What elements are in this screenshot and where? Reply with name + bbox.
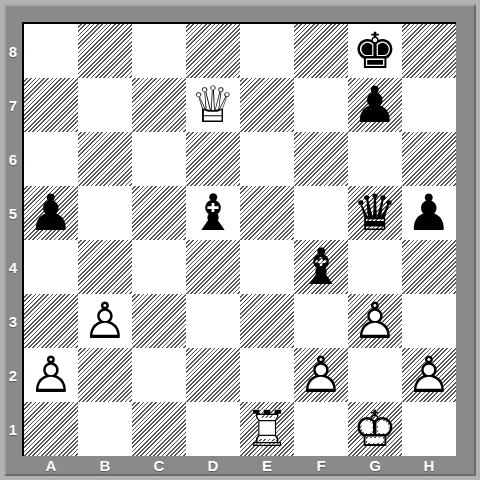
square-g7-black-pawn[interactable]: ♟	[348, 78, 402, 132]
rank-label-2: 2	[5, 348, 21, 402]
file-label-c: C	[132, 456, 186, 475]
square-f6[interactable]	[294, 132, 348, 186]
square-d7-white-queen[interactable]: ♛♕	[186, 78, 240, 132]
square-c1[interactable]	[132, 402, 186, 456]
square-c4[interactable]	[132, 240, 186, 294]
file-label-b: B	[78, 456, 132, 475]
rank-label-5: 5	[5, 186, 21, 240]
square-f7[interactable]	[294, 78, 348, 132]
square-h2-white-pawn[interactable]: ♟♙	[402, 348, 456, 402]
square-b8[interactable]	[78, 24, 132, 78]
square-b1[interactable]	[78, 402, 132, 456]
chess-board: ♚♛♕♟♟♝♛♟♝♟♙♟♙♟♙♟♙♟♙♜♖♚♔	[22, 22, 456, 456]
square-g4[interactable]	[348, 240, 402, 294]
square-f8[interactable]	[294, 24, 348, 78]
square-b2[interactable]	[78, 348, 132, 402]
square-e7[interactable]	[240, 78, 294, 132]
file-label-g: G	[348, 456, 402, 475]
square-g3-white-pawn[interactable]: ♟♙	[348, 294, 402, 348]
white-pawn-icon: ♙	[299, 350, 344, 400]
square-g1-white-king[interactable]: ♚♔	[348, 402, 402, 456]
black-bishop-icon: ♝	[191, 188, 236, 238]
square-a8[interactable]	[24, 24, 78, 78]
square-h1[interactable]	[402, 402, 456, 456]
square-f3[interactable]	[294, 294, 348, 348]
file-label-a: A	[24, 456, 78, 475]
square-g8-black-king[interactable]: ♚	[348, 24, 402, 78]
square-h5-black-pawn[interactable]: ♟	[402, 186, 456, 240]
white-pawn-icon: ♙	[29, 350, 74, 400]
white-pawn-icon: ♙	[83, 296, 128, 346]
square-a3[interactable]	[24, 294, 78, 348]
white-queen-icon: ♕	[191, 80, 236, 130]
file-label-f: F	[294, 456, 348, 475]
square-d6[interactable]	[186, 132, 240, 186]
rank-label-6: 6	[5, 132, 21, 186]
square-h3[interactable]	[402, 294, 456, 348]
square-c6[interactable]	[132, 132, 186, 186]
rank-label-4: 4	[5, 240, 21, 294]
square-c2[interactable]	[132, 348, 186, 402]
rank-label-8: 8	[5, 24, 21, 78]
file-label-h: H	[402, 456, 456, 475]
square-c3[interactable]	[132, 294, 186, 348]
white-king-icon: ♔	[353, 404, 398, 454]
square-e3[interactable]	[240, 294, 294, 348]
black-pawn-icon: ♟	[29, 188, 74, 238]
square-a6[interactable]	[24, 132, 78, 186]
black-queen-icon: ♛	[353, 188, 398, 238]
square-f4-black-bishop[interactable]: ♝	[294, 240, 348, 294]
square-d3[interactable]	[186, 294, 240, 348]
square-g6[interactable]	[348, 132, 402, 186]
square-a1[interactable]	[24, 402, 78, 456]
square-b5[interactable]	[78, 186, 132, 240]
square-b4[interactable]	[78, 240, 132, 294]
square-g2[interactable]	[348, 348, 402, 402]
square-e1-white-rook[interactable]: ♜♖	[240, 402, 294, 456]
file-label-d: D	[186, 456, 240, 475]
rank-label-3: 3	[5, 294, 21, 348]
square-f1[interactable]	[294, 402, 348, 456]
square-c8[interactable]	[132, 24, 186, 78]
rank-label-7: 7	[5, 78, 21, 132]
white-rook-icon: ♖	[245, 404, 290, 454]
square-h8[interactable]	[402, 24, 456, 78]
square-e2[interactable]	[240, 348, 294, 402]
white-pawn-icon: ♙	[353, 296, 398, 346]
square-d2[interactable]	[186, 348, 240, 402]
square-d4[interactable]	[186, 240, 240, 294]
rank-label-1: 1	[5, 402, 21, 456]
black-bishop-icon: ♝	[299, 242, 344, 292]
square-c5[interactable]	[132, 186, 186, 240]
rank-labels: 87654321	[5, 24, 21, 456]
square-d1[interactable]	[186, 402, 240, 456]
square-e5[interactable]	[240, 186, 294, 240]
black-pawn-icon: ♟	[353, 80, 398, 130]
square-f2-white-pawn[interactable]: ♟♙	[294, 348, 348, 402]
square-b6[interactable]	[78, 132, 132, 186]
square-h4[interactable]	[402, 240, 456, 294]
square-a4[interactable]	[24, 240, 78, 294]
black-pawn-icon: ♟	[407, 188, 452, 238]
square-d8[interactable]	[186, 24, 240, 78]
square-g5-black-queen[interactable]: ♛	[348, 186, 402, 240]
white-pawn-icon: ♙	[407, 350, 452, 400]
square-c7[interactable]	[132, 78, 186, 132]
square-e4[interactable]	[240, 240, 294, 294]
square-e6[interactable]	[240, 132, 294, 186]
square-a7[interactable]	[24, 78, 78, 132]
file-label-e: E	[240, 456, 294, 475]
black-king-icon: ♚	[353, 26, 398, 76]
file-labels: ABCDEFGH	[24, 456, 456, 475]
square-h7[interactable]	[402, 78, 456, 132]
square-e8[interactable]	[240, 24, 294, 78]
square-a5-black-pawn[interactable]: ♟	[24, 186, 78, 240]
square-f5[interactable]	[294, 186, 348, 240]
square-b7[interactable]	[78, 78, 132, 132]
square-b3-white-pawn[interactable]: ♟♙	[78, 294, 132, 348]
square-d5-black-bishop[interactable]: ♝	[186, 186, 240, 240]
square-a2-white-pawn[interactable]: ♟♙	[24, 348, 78, 402]
chess-diagram-frame: 87654321 ABCDEFGH ♚♛♕♟♟♝♛♟♝♟♙♟♙♟♙♟♙♟♙♜♖♚…	[0, 0, 480, 480]
square-h6[interactable]	[402, 132, 456, 186]
